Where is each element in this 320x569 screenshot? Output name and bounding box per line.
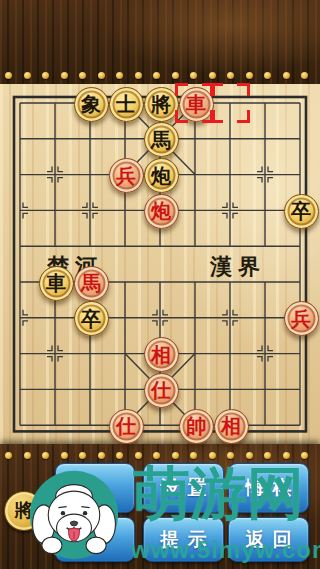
nail-stud: [153, 452, 160, 459]
nail-stud: [98, 72, 105, 79]
nail-stud: [172, 72, 179, 79]
piece-red-chariot[interactable]: 車: [179, 87, 214, 122]
nail-stud: [79, 72, 86, 79]
nail-stud: [246, 72, 253, 79]
nail-stud: [301, 72, 308, 79]
nail-stud: [227, 72, 234, 79]
nail-stud: [24, 72, 31, 79]
piece-red-cannon[interactable]: 炮: [144, 194, 179, 229]
piece-red-elephant[interactable]: 相: [144, 337, 179, 372]
watermark-site-url: www.5imyw.com: [131, 536, 320, 564]
nail-stud: [5, 452, 12, 459]
nail-stud: [61, 452, 68, 459]
piece-black-chariot[interactable]: 車: [39, 266, 74, 301]
piece-black-soldier[interactable]: 卒: [284, 194, 319, 229]
piece-red-advisor[interactable]: 仕: [144, 373, 179, 408]
top-wood-panel: [0, 0, 320, 84]
nail-stud: [5, 72, 12, 79]
nail-stud: [264, 452, 271, 459]
nail-stud: [209, 452, 216, 459]
top-nail-row: [0, 0, 320, 84]
piece-red-advisor[interactable]: 仕: [109, 409, 144, 444]
dog-mascot-logo: [28, 469, 120, 561]
piece-black-general[interactable]: 將: [144, 87, 179, 122]
nail-stud: [283, 452, 290, 459]
nail-stud: [61, 72, 68, 79]
nail-stud: [135, 72, 142, 79]
river-label-right: 漢界: [203, 252, 273, 282]
nail-stud: [42, 452, 49, 459]
nail-stud: [98, 452, 105, 459]
piece-red-horse[interactable]: 馬: [74, 266, 109, 301]
nail-stud: [264, 72, 271, 79]
nail-stud: [190, 452, 197, 459]
nail-stud: [227, 452, 234, 459]
nail-stud: [79, 452, 86, 459]
watermark-site-name: 萌游网: [133, 465, 304, 522]
xiangqi-board[interactable]: 楚河 漢界 象士將車馬兵炮炮卒車馬卒兵相仕仕帥相: [0, 84, 320, 444]
nail-stud: [246, 452, 253, 459]
nail-stud: [24, 452, 31, 459]
nail-stud: [116, 72, 123, 79]
piece-black-cannon[interactable]: 炮: [144, 158, 179, 193]
piece-black-advisor[interactable]: 士: [109, 87, 144, 122]
piece-red-soldier[interactable]: 兵: [284, 301, 319, 336]
nail-stud: [42, 72, 49, 79]
xiangqi-app-screen: 楚河 漢界 象士將車馬兵炮炮卒車馬卒兵相仕仕帥相 设置 悔棋 提示 返回 將 萌…: [0, 0, 320, 569]
nail-stud: [190, 72, 197, 79]
piece-black-soldier[interactable]: 卒: [74, 301, 109, 336]
bottom-control-panel: 设置 悔棋 提示 返回 將 萌游网 www.5imyw.com: [0, 444, 320, 569]
piece-black-elephant[interactable]: 象: [74, 87, 109, 122]
piece-black-horse[interactable]: 馬: [144, 122, 179, 157]
nail-stud: [116, 452, 123, 459]
nail-stud: [153, 72, 160, 79]
piece-red-general[interactable]: 帥: [179, 409, 214, 444]
nail-stud: [135, 452, 142, 459]
piece-red-soldier[interactable]: 兵: [109, 158, 144, 193]
piece-red-elephant[interactable]: 相: [214, 409, 249, 444]
nail-stud: [301, 452, 308, 459]
nail-stud: [172, 452, 179, 459]
nail-stud: [283, 72, 290, 79]
nail-stud: [209, 72, 216, 79]
